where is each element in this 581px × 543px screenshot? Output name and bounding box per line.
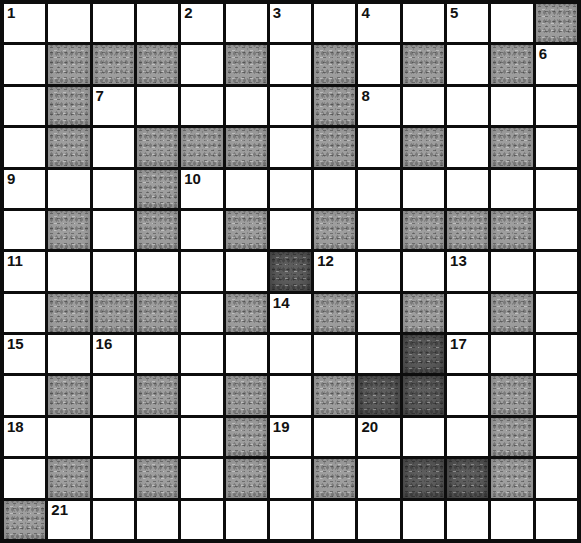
clue-number-11: 11	[7, 252, 23, 269]
answer-cell-r12c1[interactable]	[4, 459, 45, 497]
clue-number-17: 17	[450, 335, 467, 352]
answer-cell-r5c2[interactable]	[48, 170, 89, 208]
answer-cell-r7c5[interactable]	[181, 252, 222, 290]
answer-cell-r9c8[interactable]	[314, 335, 355, 373]
answer-cell-r12c5[interactable]	[181, 459, 222, 497]
blocked-cell-r10c2	[48, 376, 89, 414]
answer-cell-r6c1[interactable]	[4, 211, 45, 249]
clue-number-3: 3	[273, 4, 281, 21]
blocked-cell-r4c8	[314, 128, 355, 166]
blocked-cell-r6c8	[314, 211, 355, 249]
answer-cell-r9c6[interactable]	[226, 335, 267, 373]
answer-cell-r12c9[interactable]	[358, 459, 399, 497]
clue-number-16: 16	[96, 335, 113, 352]
answer-cell-r10c13[interactable]	[536, 376, 577, 414]
answer-cell-r4c7[interactable]	[270, 128, 311, 166]
answer-cell-r7c8[interactable]: 12	[314, 252, 355, 290]
clue-number-10: 10	[184, 170, 201, 187]
answer-cell-r10c11[interactable]	[447, 376, 488, 414]
answer-cell-r7c6[interactable]	[226, 252, 267, 290]
answer-cell-r3c12[interactable]	[491, 87, 532, 125]
blocked-cell-r12c4	[137, 459, 178, 497]
blocked-cell-r10c6	[226, 376, 267, 414]
answer-cell-r11c13[interactable]	[536, 418, 577, 456]
clue-number-18: 18	[7, 418, 24, 435]
answer-cell-r9c4[interactable]	[137, 335, 178, 373]
answer-cell-r1c6[interactable]	[226, 4, 267, 42]
clue-number-7: 7	[96, 87, 104, 104]
blocked-cell-r12c10	[403, 459, 444, 497]
answer-cell-r7c12[interactable]	[491, 252, 532, 290]
answer-cell-r11c11[interactable]	[447, 418, 488, 456]
blocked-cell-r10c9	[358, 376, 399, 414]
blocked-cell-r12c2	[48, 459, 89, 497]
clue-number-9: 9	[7, 170, 15, 187]
answer-cell-r7c4[interactable]	[137, 252, 178, 290]
answer-cell-r8c5[interactable]	[181, 294, 222, 332]
blocked-cell-r8c6	[226, 294, 267, 332]
blocked-cell-r3c8	[314, 87, 355, 125]
crossword-board: 123456789101112131415161718192021	[0, 0, 581, 543]
answer-cell-r6c13[interactable]	[536, 211, 577, 249]
answer-cell-r1c2[interactable]	[48, 4, 89, 42]
clue-number-20: 20	[361, 418, 378, 435]
answer-cell-r8c13[interactable]	[536, 294, 577, 332]
answer-cell-r11c4[interactable]	[137, 418, 178, 456]
answer-cell-r5c1[interactable]: 9	[4, 170, 45, 208]
answer-cell-r10c7[interactable]	[270, 376, 311, 414]
answer-cell-r5c10[interactable]	[403, 170, 444, 208]
clue-number-8: 8	[361, 87, 369, 104]
answer-cell-r12c3[interactable]	[93, 459, 134, 497]
answer-cell-r3c9[interactable]: 8	[358, 87, 399, 125]
answer-cell-r11c7[interactable]: 19	[270, 418, 311, 456]
blocked-cell-r10c4	[137, 376, 178, 414]
blocked-cell-r10c12	[491, 376, 532, 414]
answer-cell-r4c13[interactable]	[536, 128, 577, 166]
clue-number-4: 4	[361, 4, 369, 21]
blocked-cell-r11c6	[226, 418, 267, 456]
blocked-cell-r8c8	[314, 294, 355, 332]
blocked-cell-r4c5	[181, 128, 222, 166]
blocked-cell-r8c10	[403, 294, 444, 332]
blocked-cell-r11c12	[491, 418, 532, 456]
blocked-cell-r7c7	[270, 252, 311, 290]
answer-cell-r9c7[interactable]	[270, 335, 311, 373]
blocked-cell-r4c10	[403, 128, 444, 166]
answer-cell-r13c4[interactable]	[137, 501, 178, 539]
answer-cell-r1c3[interactable]	[93, 4, 134, 42]
blocked-cell-r1c13	[536, 4, 577, 42]
answer-cell-r12c7[interactable]	[270, 459, 311, 497]
answer-cell-r3c1[interactable]	[4, 87, 45, 125]
clue-number-21: 21	[51, 501, 68, 518]
answer-cell-r9c11[interactable]: 17	[447, 335, 488, 373]
answer-cell-r7c13[interactable]	[536, 252, 577, 290]
answer-cell-r9c2[interactable]	[48, 335, 89, 373]
blocked-cell-r10c8	[314, 376, 355, 414]
answer-cell-r7c3[interactable]	[93, 252, 134, 290]
answer-cell-r10c3[interactable]	[93, 376, 134, 414]
blocked-cell-r8c3	[93, 294, 134, 332]
answer-cell-r4c3[interactable]	[93, 128, 134, 166]
answer-cell-r6c3[interactable]	[93, 211, 134, 249]
answer-cell-r13c2[interactable]: 21	[48, 501, 89, 539]
answer-cell-r1c4[interactable]	[137, 4, 178, 42]
answer-cell-r1c11[interactable]: 5	[447, 4, 488, 42]
answer-cell-r8c7[interactable]: 14	[270, 294, 311, 332]
answer-cell-r6c7[interactable]	[270, 211, 311, 249]
blocked-cell-r4c4	[137, 128, 178, 166]
blocked-cell-r6c4	[137, 211, 178, 249]
blocked-cell-r3c2	[48, 87, 89, 125]
answer-cell-r13c5[interactable]	[181, 501, 222, 539]
answer-cell-r8c1[interactable]	[4, 294, 45, 332]
blocked-cell-r9c10	[403, 335, 444, 373]
answer-cell-r10c5[interactable]	[181, 376, 222, 414]
answer-cell-r9c13[interactable]	[536, 335, 577, 373]
answer-cell-r5c13[interactable]	[536, 170, 577, 208]
answer-cell-r9c9[interactable]	[358, 335, 399, 373]
answer-cell-r8c9[interactable]	[358, 294, 399, 332]
answer-cell-r13c12[interactable]	[491, 501, 532, 539]
answer-cell-r11c5[interactable]	[181, 418, 222, 456]
answer-cell-r5c8[interactable]	[314, 170, 355, 208]
answer-cell-r11c9[interactable]: 20	[358, 418, 399, 456]
answer-cell-r1c12[interactable]	[491, 4, 532, 42]
blocked-cell-r2c2	[48, 45, 89, 83]
answer-cell-r6c5[interactable]	[181, 211, 222, 249]
answer-cell-r3c6[interactable]	[226, 87, 267, 125]
blocked-cell-r4c2	[48, 128, 89, 166]
answer-cell-r3c4[interactable]	[137, 87, 178, 125]
blocked-cell-r13c1	[4, 501, 45, 539]
answer-cell-r13c6[interactable]	[226, 501, 267, 539]
answer-cell-r6c9[interactable]	[358, 211, 399, 249]
answer-cell-r2c5[interactable]	[181, 45, 222, 83]
blocked-cell-r8c4	[137, 294, 178, 332]
answer-cell-r5c9[interactable]	[358, 170, 399, 208]
answer-cell-r1c10[interactable]	[403, 4, 444, 42]
answer-cell-r1c5[interactable]: 2	[181, 4, 222, 42]
blocked-cell-r12c12	[491, 459, 532, 497]
answer-cell-r9c3[interactable]: 16	[93, 335, 134, 373]
answer-cell-r2c7[interactable]	[270, 45, 311, 83]
answer-cell-r1c8[interactable]	[314, 4, 355, 42]
answer-cell-r2c9[interactable]	[358, 45, 399, 83]
clue-number-6: 6	[539, 45, 547, 62]
answer-cell-r3c7[interactable]	[270, 87, 311, 125]
answer-cell-r13c11[interactable]	[447, 501, 488, 539]
answer-cell-r9c5[interactable]	[181, 335, 222, 373]
blocked-cell-r8c2	[48, 294, 89, 332]
answer-cell-r3c3[interactable]: 7	[93, 87, 134, 125]
answer-cell-r13c3[interactable]	[93, 501, 134, 539]
answer-cell-r9c12[interactable]	[491, 335, 532, 373]
answer-cell-r13c10[interactable]	[403, 501, 444, 539]
blocked-cell-r4c6	[226, 128, 267, 166]
clue-number-15: 15	[7, 335, 24, 352]
blocked-cell-r12c6	[226, 459, 267, 497]
blocked-cell-r12c8	[314, 459, 355, 497]
answer-cell-r5c12[interactable]	[491, 170, 532, 208]
answer-cell-r7c10[interactable]	[403, 252, 444, 290]
blocked-cell-r2c10	[403, 45, 444, 83]
answer-cell-r1c9[interactable]: 4	[358, 4, 399, 42]
blocked-cell-r6c2	[48, 211, 89, 249]
blocked-cell-r4c12	[491, 128, 532, 166]
answer-cell-r11c10[interactable]	[403, 418, 444, 456]
answer-cell-r9c1[interactable]: 15	[4, 335, 45, 373]
answer-cell-r10c1[interactable]	[4, 376, 45, 414]
answer-cell-r5c3[interactable]	[93, 170, 134, 208]
answer-cell-r7c9[interactable]	[358, 252, 399, 290]
clue-number-2: 2	[184, 4, 192, 21]
blocked-cell-r5c4	[137, 170, 178, 208]
answer-cell-r3c10[interactable]	[403, 87, 444, 125]
answer-cell-r5c5[interactable]: 10	[181, 170, 222, 208]
answer-cell-r2c13[interactable]: 6	[536, 45, 577, 83]
answer-cell-r2c11[interactable]	[447, 45, 488, 83]
answer-cell-r4c11[interactable]	[447, 128, 488, 166]
blocked-cell-r2c3	[93, 45, 134, 83]
answer-cell-r1c7[interactable]: 3	[270, 4, 311, 42]
answer-cell-r5c11[interactable]	[447, 170, 488, 208]
answer-cell-r13c9[interactable]	[358, 501, 399, 539]
blocked-cell-r2c6	[226, 45, 267, 83]
answer-cell-r11c8[interactable]	[314, 418, 355, 456]
clue-number-14: 14	[273, 294, 290, 311]
blocked-cell-r10c10	[403, 376, 444, 414]
answer-cell-r11c1[interactable]: 18	[4, 418, 45, 456]
blocked-cell-r12c11	[447, 459, 488, 497]
blocked-cell-r6c11	[447, 211, 488, 249]
answer-cell-r5c7[interactable]	[270, 170, 311, 208]
blocked-cell-r2c4	[137, 45, 178, 83]
answer-cell-r3c11[interactable]	[447, 87, 488, 125]
clue-number-5: 5	[450, 4, 458, 21]
blocked-cell-r6c12	[491, 211, 532, 249]
answer-cell-r13c8[interactable]	[314, 501, 355, 539]
blocked-cell-r6c6	[226, 211, 267, 249]
clue-number-12: 12	[317, 252, 334, 269]
answer-cell-r4c9[interactable]	[358, 128, 399, 166]
clue-number-19: 19	[273, 418, 290, 435]
answer-cell-r3c13[interactable]	[536, 87, 577, 125]
answer-cell-r7c2[interactable]	[48, 252, 89, 290]
answer-cell-r11c3[interactable]	[93, 418, 134, 456]
clue-number-1: 1	[7, 4, 15, 21]
answer-cell-r2c1[interactable]	[4, 45, 45, 83]
clue-number-13: 13	[450, 252, 467, 269]
blocked-cell-r2c12	[491, 45, 532, 83]
answer-cell-r12c13[interactable]	[536, 459, 577, 497]
answer-cell-r13c7[interactable]	[270, 501, 311, 539]
answer-cell-r1c1[interactable]: 1	[4, 4, 45, 42]
blocked-cell-r6c10	[403, 211, 444, 249]
answer-cell-r3c5[interactable]	[181, 87, 222, 125]
blocked-cell-r8c12	[491, 294, 532, 332]
answer-cell-r4c1[interactable]	[4, 128, 45, 166]
answer-cell-r13c13[interactable]	[536, 501, 577, 539]
blocked-cell-r2c8	[314, 45, 355, 83]
answer-cell-r11c2[interactable]	[48, 418, 89, 456]
answer-cell-r7c1[interactable]: 11	[4, 252, 45, 290]
answer-cell-r7c11[interactable]: 13	[447, 252, 488, 290]
answer-cell-r5c6[interactable]	[226, 170, 267, 208]
answer-cell-r8c11[interactable]	[447, 294, 488, 332]
